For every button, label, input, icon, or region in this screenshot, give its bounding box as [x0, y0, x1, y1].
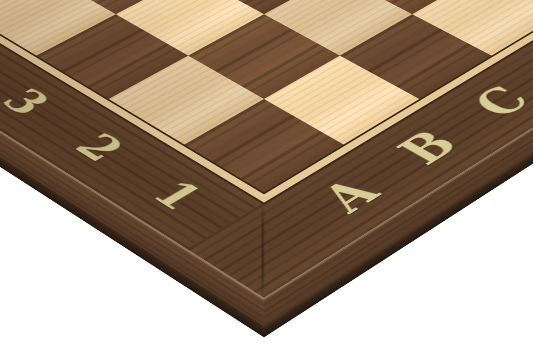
maple-border-strip [0, 0, 533, 203]
photo-canvas: 12345678ABCDEFGH [0, 0, 533, 355]
rank-label-2: 2 [67, 129, 132, 167]
square-a2 [109, 56, 264, 145]
file-label-B: B [390, 125, 467, 170]
square-b2 [188, 14, 340, 99]
board-field [0, 0, 533, 192]
square-a3 [36, 14, 188, 99]
square-b1 [264, 56, 419, 145]
square-d1 [412, 0, 533, 56]
square-d2 [336, 0, 481, 14]
square-e1 [481, 0, 533, 14]
rank-label-3: 3 [0, 84, 58, 120]
rank-label-1: 1 [144, 176, 211, 216]
square-a4 [0, 0, 116, 56]
board-top: 12345678ABCDEFGH [0, 0, 533, 298]
square-c3 [192, 0, 337, 14]
file-label-A: A [313, 173, 389, 218]
square-a5 [0, 0, 47, 14]
square-b3 [116, 0, 264, 56]
chessboard: 12345678ABCDEFGH [0, 0, 533, 298]
square-c2 [264, 0, 412, 56]
square-c1 [340, 14, 492, 99]
frame-miter-seam [261, 203, 264, 299]
square-a1 [184, 99, 343, 192]
square-b4 [47, 0, 192, 14]
file-label-C: C [466, 81, 533, 123]
